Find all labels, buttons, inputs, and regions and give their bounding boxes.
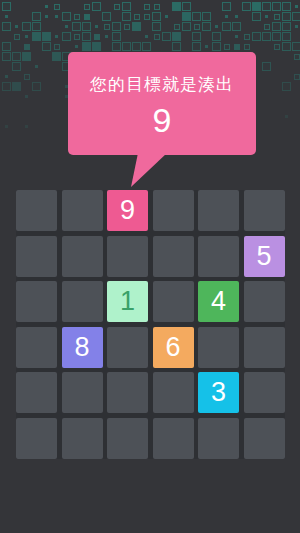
board-cell-empty [62,281,103,322]
pattern-square [272,22,281,31]
pattern-square [264,24,270,30]
board-cell-empty [153,190,194,231]
pattern-square [5,125,8,128]
pattern-square [5,75,8,78]
pattern-square [182,2,191,11]
pattern-square [234,44,240,50]
pattern-square [35,65,38,68]
pattern-square [262,62,271,71]
pattern-square [84,14,90,20]
pattern-square [45,5,48,8]
pattern-square [274,14,280,20]
pattern-square [172,2,181,11]
tile-9[interactable]: 9 [107,190,148,231]
board-cell-empty [107,327,148,368]
pattern-square [282,12,291,21]
pattern-square [292,42,300,51]
pattern-square [165,15,168,18]
pattern-square [25,35,28,38]
pattern-square [182,12,191,21]
pattern-square [272,2,281,11]
pattern-square [22,52,31,61]
pattern-square [265,15,268,18]
pattern-square [75,45,78,48]
pattern-square [5,15,8,18]
pattern-square [252,2,261,11]
pattern-square [174,24,180,30]
pattern-square [82,42,91,51]
goal-bubble: 您的目標就是湊出 9 [68,52,256,155]
pattern-square [282,82,291,91]
pattern-square [215,25,218,28]
pattern-square [152,12,161,21]
board-cell-empty [153,236,194,277]
pattern-square [192,42,201,51]
pattern-square [25,95,28,98]
pattern-square [65,25,68,28]
pattern-square [82,22,91,31]
pattern-square [22,22,31,31]
pattern-square [154,4,160,10]
pattern-square [244,34,250,40]
board-cell-empty [244,418,285,459]
pattern-square [212,42,221,51]
pattern-square [45,15,48,18]
pattern-square [252,32,261,41]
pattern-square [162,32,171,41]
pattern-square [205,45,208,48]
goal-text: 您的目標就是湊出 [90,74,234,96]
pattern-square [124,24,130,30]
board-cell-empty [244,281,285,322]
pattern-square [2,42,11,51]
pattern-square [94,34,100,40]
pattern-square [235,15,238,18]
board-cell-empty [198,190,239,231]
board-cell-empty [107,372,148,413]
pattern-square [144,4,150,10]
pattern-square [145,35,148,38]
pattern-square [122,12,131,21]
pattern-square [294,74,300,80]
pattern-square [225,15,228,18]
tile-3[interactable]: 3 [198,372,239,413]
board-cell-empty [244,327,285,368]
board-cell-empty [107,418,148,459]
board-cell-empty [62,190,103,231]
board-cell-empty [16,327,57,368]
pattern-square [132,22,141,31]
pattern-square [74,34,80,40]
tile-value: 4 [211,288,226,315]
board-cell-empty [16,236,57,277]
pattern-square [2,52,11,61]
pattern-square [194,24,200,30]
pattern-square [282,22,291,31]
pattern-square [2,22,11,31]
board-cell-empty [244,372,285,413]
board-cell-empty [107,236,148,277]
pattern-square [15,25,18,28]
pattern-square [54,44,60,50]
pattern-square [12,52,21,61]
pattern-square [192,12,201,21]
pattern-square [92,42,101,51]
pattern-square [224,44,230,50]
goal-target-number: 9 [153,100,172,140]
pattern-square [95,25,98,28]
pattern-square [54,4,60,10]
board-cell-empty [198,236,239,277]
tile-1[interactable]: 1 [107,281,148,322]
pattern-square [132,42,141,51]
pattern-square [294,54,300,60]
pattern-square [274,44,280,50]
pattern-square [24,44,30,50]
board-cell-empty [198,418,239,459]
pattern-square [282,2,291,11]
pattern-square [2,2,11,11]
pattern-square [105,35,108,38]
pattern-square [202,22,211,31]
tile-5[interactable]: 5 [244,236,285,277]
board-cell-empty [153,281,194,322]
board-cell-empty [16,418,57,459]
pattern-square [42,32,51,41]
board-cell-empty [16,281,57,322]
pattern-square [172,32,181,41]
pattern-square [84,4,90,10]
pattern-square [172,42,181,51]
pattern-square [232,22,241,31]
pattern-square [242,2,251,11]
board-cell-empty [16,372,57,413]
tile-value: 3 [211,379,226,406]
pattern-square [222,2,231,11]
pattern-square [154,34,160,40]
pattern-square [114,4,120,10]
pattern-square [112,42,121,51]
tile-value: 5 [256,243,271,270]
tile-value: 8 [74,334,89,361]
game-board: 9514863 [16,190,285,459]
pattern-square [55,15,58,18]
pattern-square [82,32,91,41]
pattern-square [32,12,41,21]
pattern-square [235,35,238,38]
board-cell-empty [153,372,194,413]
pattern-square [42,42,51,51]
pattern-square [12,82,21,91]
tile-value: 1 [120,288,135,315]
pattern-square [142,42,151,51]
pattern-square [295,25,298,28]
bubble-tail [131,153,168,187]
pattern-square [272,32,281,41]
pattern-square [32,22,41,31]
board-cell-empty [62,372,103,413]
board-cell-empty [62,236,103,277]
tile-4[interactable]: 4 [198,281,239,322]
pattern-square [122,2,131,11]
pattern-square [24,74,30,80]
pattern-square [25,125,28,128]
pattern-square [182,22,191,31]
pattern-square [112,22,121,31]
pattern-square [192,32,201,41]
pattern-square [282,42,291,51]
pattern-square [244,44,250,50]
tile-value: 9 [120,197,135,224]
pattern-square [252,12,261,21]
pattern-square [285,115,288,118]
board-cell-empty [62,418,103,459]
pattern-square [104,24,110,30]
pattern-square [262,32,271,41]
pattern-square [2,82,11,91]
game-screen: 您的目標就是湊出 9 9514863 [0,0,300,533]
pattern-square [262,2,271,11]
pattern-square [32,32,41,41]
pattern-square [122,42,131,51]
pattern-square [12,62,21,71]
pattern-square [14,34,20,40]
board-cell-empty [16,190,57,231]
pattern-square [202,12,211,21]
pattern-square [102,12,111,21]
tile-value: 6 [165,334,180,361]
pattern-square [52,52,61,61]
tile-8[interactable]: 8 [62,327,103,368]
tile-6[interactable]: 6 [153,327,194,368]
pattern-square [74,14,80,20]
board-cell-empty [153,418,194,459]
pattern-square [212,32,221,41]
pattern-square [32,82,41,91]
board-cell-empty [244,190,285,231]
pattern-square [62,12,71,21]
pattern-square [72,22,81,31]
pattern-square [222,22,231,31]
pattern-square [152,22,161,31]
pattern-square [62,32,71,41]
pattern-square [55,35,58,38]
pattern-square [295,5,298,8]
pattern-square [92,2,101,11]
pattern-square [282,32,291,41]
pattern-square [112,32,121,41]
pattern-square [144,14,150,20]
pattern-square [292,12,300,21]
pattern-square [134,14,140,20]
board-cell-empty [198,327,239,368]
